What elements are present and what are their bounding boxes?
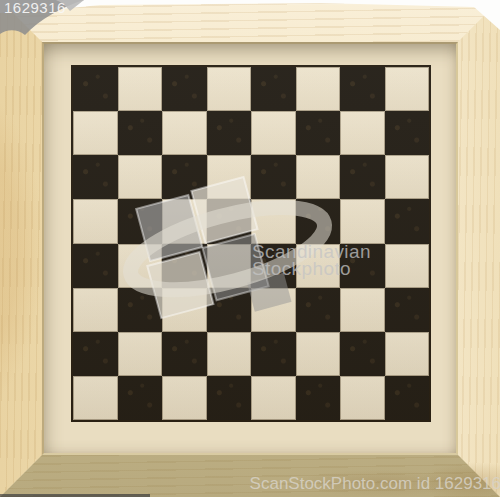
square-h6[interactable] xyxy=(385,155,430,199)
square-d7[interactable] xyxy=(207,111,252,155)
square-f4[interactable] xyxy=(296,244,341,288)
square-g4[interactable] xyxy=(340,244,385,288)
square-d3[interactable] xyxy=(207,288,252,332)
square-a2[interactable] xyxy=(73,332,118,376)
square-b3[interactable] xyxy=(118,288,163,332)
square-d8[interactable] xyxy=(207,67,252,111)
square-h2[interactable] xyxy=(385,332,430,376)
square-f8[interactable] xyxy=(296,67,341,111)
square-e3[interactable] xyxy=(251,288,296,332)
square-e2[interactable] xyxy=(251,332,296,376)
square-d4[interactable] xyxy=(207,244,252,288)
square-e7[interactable] xyxy=(251,111,296,155)
square-c3[interactable] xyxy=(162,288,207,332)
square-c6[interactable] xyxy=(162,155,207,199)
square-g8[interactable] xyxy=(340,67,385,111)
square-g7[interactable] xyxy=(340,111,385,155)
checkerboard xyxy=(71,65,431,422)
square-e1[interactable] xyxy=(251,376,296,420)
square-d5[interactable] xyxy=(207,199,252,243)
square-a7[interactable] xyxy=(73,111,118,155)
square-b7[interactable] xyxy=(118,111,163,155)
square-c2[interactable] xyxy=(162,332,207,376)
square-b8[interactable] xyxy=(118,67,163,111)
square-g1[interactable] xyxy=(340,376,385,420)
square-f7[interactable] xyxy=(296,111,341,155)
square-c7[interactable] xyxy=(162,111,207,155)
square-a6[interactable] xyxy=(73,155,118,199)
square-g3[interactable] xyxy=(340,288,385,332)
square-g5[interactable] xyxy=(340,199,385,243)
square-a8[interactable] xyxy=(73,67,118,111)
square-h8[interactable] xyxy=(385,67,430,111)
square-d1[interactable] xyxy=(207,376,252,420)
square-c1[interactable] xyxy=(162,376,207,420)
square-g6[interactable] xyxy=(340,155,385,199)
square-a3[interactable] xyxy=(73,288,118,332)
square-e4[interactable] xyxy=(251,244,296,288)
square-b4[interactable] xyxy=(118,244,163,288)
square-b2[interactable] xyxy=(118,332,163,376)
square-g2[interactable] xyxy=(340,332,385,376)
square-c5[interactable] xyxy=(162,199,207,243)
square-b1[interactable] xyxy=(118,376,163,420)
square-e6[interactable] xyxy=(251,155,296,199)
square-e8[interactable] xyxy=(251,67,296,111)
square-f2[interactable] xyxy=(296,332,341,376)
square-d2[interactable] xyxy=(207,332,252,376)
square-h5[interactable] xyxy=(385,199,430,243)
square-c8[interactable] xyxy=(162,67,207,111)
square-f5[interactable] xyxy=(296,199,341,243)
square-e5[interactable] xyxy=(251,199,296,243)
square-f1[interactable] xyxy=(296,376,341,420)
square-c4[interactable] xyxy=(162,244,207,288)
square-b6[interactable] xyxy=(118,155,163,199)
square-f3[interactable] xyxy=(296,288,341,332)
square-h7[interactable] xyxy=(385,111,430,155)
square-a5[interactable] xyxy=(73,199,118,243)
square-f6[interactable] xyxy=(296,155,341,199)
square-a1[interactable] xyxy=(73,376,118,420)
square-a4[interactable] xyxy=(73,244,118,288)
square-h1[interactable] xyxy=(385,376,430,420)
square-b5[interactable] xyxy=(118,199,163,243)
square-h3[interactable] xyxy=(385,288,430,332)
square-d6[interactable] xyxy=(207,155,252,199)
square-h4[interactable] xyxy=(385,244,430,288)
photo-canvas: 1629316 Scandinavian Stockphoto ScanStoc… xyxy=(0,0,500,497)
